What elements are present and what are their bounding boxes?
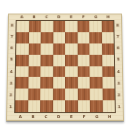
rank-label-right-1: 1 [116,101,123,113]
square-b2[interactable] [28,89,41,101]
square-e3[interactable] [65,77,77,89]
square-a6[interactable] [16,43,28,54]
file-label-bottom-g: G [90,113,103,120]
chess-board: ABCDEFGH ABCDEFGH 87654321 87654321 [6,14,124,121]
square-c8[interactable] [41,21,53,32]
square-f4[interactable] [77,66,89,77]
square-a5[interactable] [16,54,28,65]
square-c2[interactable] [40,89,52,101]
file-label-bottom-f: F [78,113,91,120]
square-h5[interactable] [102,54,114,65]
rank-label-right-3: 3 [115,77,122,89]
rank-label-right-4: 4 [115,66,122,78]
square-b1[interactable] [28,100,41,112]
rank-label-right-5: 5 [115,54,122,66]
square-h8[interactable] [101,21,113,32]
square-b6[interactable] [28,43,40,54]
rank-label-right-2: 2 [115,89,122,101]
file-label-bottom-c: C [40,113,53,120]
square-a1[interactable] [15,100,28,112]
square-d5[interactable] [53,54,65,65]
square-d1[interactable] [53,100,65,112]
board-grid [14,20,116,113]
square-d3[interactable] [53,77,65,89]
square-b5[interactable] [28,54,40,65]
square-d4[interactable] [53,66,65,77]
file-label-bottom-d: D [52,113,65,120]
square-h7[interactable] [101,32,113,43]
square-h3[interactable] [102,77,115,89]
square-e6[interactable] [65,43,77,54]
square-e7[interactable] [65,32,77,43]
square-e2[interactable] [65,89,77,101]
square-g2[interactable] [90,89,103,101]
square-g7[interactable] [89,32,101,43]
square-c4[interactable] [40,66,52,77]
square-e1[interactable] [65,100,77,112]
square-c3[interactable] [40,77,52,89]
square-e8[interactable] [65,21,77,32]
square-g5[interactable] [89,54,101,65]
square-f7[interactable] [77,32,89,43]
square-g1[interactable] [90,100,103,112]
square-h1[interactable] [102,100,115,112]
rank-label-right-7: 7 [114,31,121,42]
square-f6[interactable] [77,43,89,54]
file-label-bottom-h: H [103,113,116,120]
rank-label-right-8: 8 [114,20,121,31]
square-g3[interactable] [90,77,102,89]
square-f1[interactable] [77,100,90,112]
square-d7[interactable] [53,32,65,43]
square-g6[interactable] [89,43,101,54]
square-f2[interactable] [77,89,89,101]
rank-label-right-6: 6 [115,43,122,54]
square-g8[interactable] [89,21,101,32]
square-h4[interactable] [102,66,114,77]
square-c1[interactable] [40,100,53,112]
square-f3[interactable] [77,77,89,89]
square-c7[interactable] [41,32,53,43]
square-b4[interactable] [28,66,40,77]
file-label-bottom-b: B [27,113,40,120]
square-d8[interactable] [53,21,65,32]
square-b7[interactable] [28,32,40,43]
square-e4[interactable] [65,66,77,77]
file-label-bottom-e: E [65,113,78,120]
square-a2[interactable] [15,89,28,101]
square-c6[interactable] [41,43,53,54]
square-a4[interactable] [16,66,28,77]
square-f5[interactable] [77,54,89,65]
photo-background: ABCDEFGH ABCDEFGH 87654321 87654321 [0,0,130,130]
square-d6[interactable] [53,43,65,54]
square-b3[interactable] [28,77,40,89]
file-label-bottom-a: A [14,113,27,120]
square-b8[interactable] [29,21,41,32]
square-h6[interactable] [102,43,114,54]
square-d2[interactable] [53,89,65,101]
square-h2[interactable] [102,89,115,101]
square-f8[interactable] [77,21,89,32]
square-a3[interactable] [16,77,29,89]
square-g4[interactable] [90,66,102,77]
square-e5[interactable] [65,54,77,65]
file-labels-bottom: ABCDEFGH [14,113,116,120]
square-a8[interactable] [16,21,28,32]
square-c5[interactable] [40,54,52,65]
square-a7[interactable] [16,32,28,43]
